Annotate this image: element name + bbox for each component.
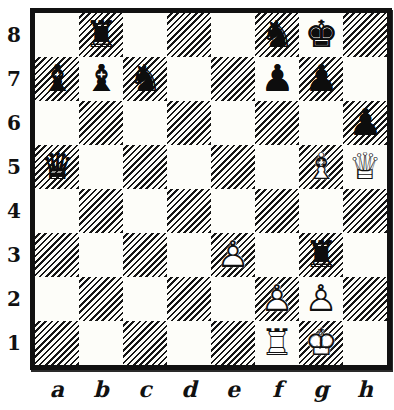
square-g7: ♟ [299,57,343,101]
square-c5 [123,145,167,189]
white-king-g1: ♔ [299,321,343,365]
square-a8 [35,13,79,57]
square-d3 [167,233,211,277]
square-h3 [343,233,387,277]
rank-label-4: 4 [0,189,28,233]
square-c7: ♞ [123,57,167,101]
square-d1 [167,321,211,365]
square-e7 [211,57,255,101]
chess-diagram: 87654321 ♜♞♚♝♝♞♟♟♟♛♗♕♙♜♙♙♖♔ abcdefgh [0,0,394,410]
square-c4 [123,189,167,233]
square-c2 [123,277,167,321]
square-g8: ♚ [299,13,343,57]
black-queen-a5: ♛ [35,145,79,189]
square-d2 [167,277,211,321]
square-f1: ♖ [255,321,299,365]
white-rook-f1: ♖ [255,321,299,365]
square-c1 [123,321,167,365]
rank-label-3: 3 [0,233,28,277]
white-pawn-f2: ♙ [255,277,299,321]
square-d7 [167,57,211,101]
square-a7: ♝ [35,57,79,101]
square-h5: ♕ [343,145,387,189]
square-g5: ♗ [299,145,343,189]
file-label-a: a [35,372,79,406]
square-h8 [343,13,387,57]
black-pawn-h6: ♟ [343,101,387,145]
square-f7: ♟ [255,57,299,101]
square-e1 [211,321,255,365]
square-e8 [211,13,255,57]
square-d5 [167,145,211,189]
square-b1 [79,321,123,365]
square-g4 [299,189,343,233]
rank-label-6: 6 [0,101,28,145]
black-pawn-f7: ♟ [255,57,299,101]
square-e4 [211,189,255,233]
square-c3 [123,233,167,277]
white-pawn-e3: ♙ [211,233,255,277]
rank-label-2: 2 [0,277,28,321]
square-f2: ♙ [255,277,299,321]
file-label-h: h [343,372,387,406]
square-g2: ♙ [299,277,343,321]
file-label-f: f [255,372,299,406]
square-g1: ♔ [299,321,343,365]
file-labels: abcdefgh [35,372,387,406]
square-d6 [167,101,211,145]
black-knight-f8: ♞ [255,13,299,57]
square-a5: ♛ [35,145,79,189]
rank-label-5: 5 [0,145,28,189]
white-bishop-g5: ♗ [299,145,343,189]
black-bishop-b7: ♝ [79,57,123,101]
square-f5 [255,145,299,189]
black-rook-g3: ♜ [299,233,343,277]
square-d4 [167,189,211,233]
square-a1 [35,321,79,365]
square-c6 [123,101,167,145]
square-b3 [79,233,123,277]
rank-labels: 87654321 [0,13,28,365]
square-h2 [343,277,387,321]
file-label-g: g [299,372,343,406]
square-e3: ♙ [211,233,255,277]
square-h1 [343,321,387,365]
square-f6 [255,101,299,145]
square-b8: ♜ [79,13,123,57]
square-b7: ♝ [79,57,123,101]
square-f4 [255,189,299,233]
file-label-c: c [123,372,167,406]
square-b2 [79,277,123,321]
square-a4 [35,189,79,233]
black-rook-b8: ♜ [79,13,123,57]
square-a2 [35,277,79,321]
rank-label-1: 1 [0,321,28,365]
black-bishop-a7: ♝ [35,57,79,101]
file-label-d: d [167,372,211,406]
square-a6 [35,101,79,145]
square-h4 [343,189,387,233]
square-b5 [79,145,123,189]
black-pawn-g7: ♟ [299,57,343,101]
black-knight-c7: ♞ [123,57,167,101]
square-a3 [35,233,79,277]
file-label-b: b [79,372,123,406]
square-f8: ♞ [255,13,299,57]
board-frame: ♜♞♚♝♝♞♟♟♟♛♗♕♙♜♙♙♖♔ [30,8,392,370]
square-c8 [123,13,167,57]
white-pawn-g2: ♙ [299,277,343,321]
square-d8 [167,13,211,57]
square-f3 [255,233,299,277]
chess-board: ♜♞♚♝♝♞♟♟♟♛♗♕♙♜♙♙♖♔ [35,13,387,365]
square-g3: ♜ [299,233,343,277]
square-g6 [299,101,343,145]
black-king-g8: ♚ [299,13,343,57]
square-e5 [211,145,255,189]
square-h6: ♟ [343,101,387,145]
square-h7 [343,57,387,101]
square-b6 [79,101,123,145]
rank-label-8: 8 [0,13,28,57]
square-e6 [211,101,255,145]
square-e2 [211,277,255,321]
white-queen-h5: ♕ [343,145,387,189]
square-b4 [79,189,123,233]
file-label-e: e [211,372,255,406]
rank-label-7: 7 [0,57,28,101]
